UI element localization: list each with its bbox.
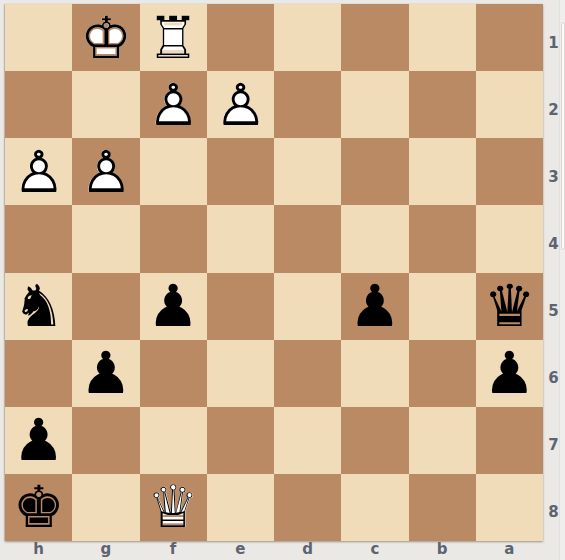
piece-fill-glyph: ♟	[341, 273, 408, 340]
piece-black-knight[interactable]: ♞	[5, 273, 72, 340]
square-h3[interactable]: ♟♙	[5, 138, 72, 205]
square-e3[interactable]	[207, 138, 274, 205]
file-label-h: h	[5, 539, 72, 559]
square-h7[interactable]: ♟	[5, 407, 72, 474]
piece-black-pawn[interactable]: ♟	[140, 273, 207, 340]
square-f1[interactable]: ♜♖	[140, 4, 207, 71]
square-c6[interactable]	[341, 340, 408, 407]
square-h1[interactable]	[5, 4, 72, 71]
square-d7[interactable]	[274, 407, 341, 474]
square-g4[interactable]	[72, 205, 139, 272]
square-h4[interactable]	[5, 205, 72, 272]
square-e1[interactable]	[207, 4, 274, 71]
square-h2[interactable]	[5, 71, 72, 138]
square-h6[interactable]	[5, 340, 72, 407]
square-d3[interactable]	[274, 138, 341, 205]
square-f8[interactable]: ♛♕	[140, 474, 207, 541]
piece-white-pawn[interactable]: ♟♙	[140, 71, 207, 138]
piece-outline-glyph: ♖	[140, 4, 207, 71]
square-f2[interactable]: ♟♙	[140, 71, 207, 138]
square-b2[interactable]	[409, 71, 476, 138]
square-f6[interactable]	[140, 340, 207, 407]
square-g6[interactable]: ♟	[72, 340, 139, 407]
piece-fill-glyph: ♟	[72, 340, 139, 407]
square-f5[interactable]: ♟	[140, 273, 207, 340]
square-c7[interactable]	[341, 407, 408, 474]
square-c2[interactable]	[341, 71, 408, 138]
piece-outline-glyph: ♙	[72, 138, 139, 205]
piece-fill-glyph: ♟	[5, 407, 72, 474]
piece-black-pawn[interactable]: ♟	[341, 273, 408, 340]
scrollbar[interactable]	[559, 0, 565, 560]
file-label-a: a	[476, 539, 543, 559]
piece-outline-glyph: ♔	[72, 4, 139, 71]
square-b5[interactable]	[409, 273, 476, 340]
file-label-e: e	[207, 539, 274, 559]
piece-black-queen[interactable]: ♛	[476, 273, 543, 340]
piece-white-rook[interactable]: ♜♖	[140, 4, 207, 71]
file-labels: hgfedcba	[5, 539, 543, 559]
square-g3[interactable]: ♟♙	[72, 138, 139, 205]
square-d6[interactable]	[274, 340, 341, 407]
piece-black-pawn[interactable]: ♟	[476, 340, 543, 407]
square-d1[interactable]	[274, 4, 341, 71]
piece-white-pawn[interactable]: ♟♙	[207, 71, 274, 138]
piece-outline-glyph: ♙	[5, 138, 72, 205]
piece-fill-glyph: ♚	[5, 474, 72, 541]
square-a3[interactable]	[476, 138, 543, 205]
square-g7[interactable]	[72, 407, 139, 474]
square-c4[interactable]	[341, 205, 408, 272]
square-f3[interactable]	[140, 138, 207, 205]
square-a1[interactable]	[476, 4, 543, 71]
square-d8[interactable]	[274, 474, 341, 541]
square-a2[interactable]	[476, 71, 543, 138]
piece-fill-glyph: ♞	[5, 273, 72, 340]
piece-white-pawn[interactable]: ♟♙	[5, 138, 72, 205]
square-b7[interactable]	[409, 407, 476, 474]
piece-black-pawn[interactable]: ♟	[72, 340, 139, 407]
piece-black-pawn[interactable]: ♟	[5, 407, 72, 474]
square-b6[interactable]	[409, 340, 476, 407]
square-d5[interactable]	[274, 273, 341, 340]
square-b3[interactable]	[409, 138, 476, 205]
piece-fill-glyph: ♟	[140, 273, 207, 340]
file-label-b: b	[409, 539, 476, 559]
square-g2[interactable]	[72, 71, 139, 138]
square-e8[interactable]	[207, 474, 274, 541]
square-a6[interactable]: ♟	[476, 340, 543, 407]
file-label-d: d	[274, 539, 341, 559]
scrollbar-thumb[interactable]	[561, 22, 565, 250]
square-h5[interactable]: ♞	[5, 273, 72, 340]
square-f4[interactable]	[140, 205, 207, 272]
square-a5[interactable]: ♛	[476, 273, 543, 340]
piece-fill-glyph: ♟	[476, 340, 543, 407]
file-label-f: f	[140, 539, 207, 559]
square-d2[interactable]	[274, 71, 341, 138]
square-a4[interactable]	[476, 205, 543, 272]
piece-white-queen[interactable]: ♛♕	[140, 474, 207, 541]
square-g8[interactable]	[72, 474, 139, 541]
square-e4[interactable]	[207, 205, 274, 272]
square-e7[interactable]	[207, 407, 274, 474]
file-label-c: c	[341, 539, 408, 559]
piece-fill-glyph: ♛	[476, 273, 543, 340]
square-g1[interactable]: ♚♔	[72, 4, 139, 71]
piece-outline-glyph: ♕	[140, 474, 207, 541]
piece-white-king[interactable]: ♚♔	[72, 4, 139, 71]
chess-board: ♚♔♜♖♟♙♟♙♟♙♟♙♞♟♟♛♟♟♟♚♛♕	[5, 4, 543, 541]
piece-black-king[interactable]: ♚	[5, 474, 72, 541]
square-c8[interactable]	[341, 474, 408, 541]
piece-white-pawn[interactable]: ♟♙	[72, 138, 139, 205]
piece-outline-glyph: ♙	[140, 71, 207, 138]
square-e2[interactable]: ♟♙	[207, 71, 274, 138]
square-b1[interactable]	[409, 4, 476, 71]
file-label-g: g	[72, 539, 139, 559]
square-e6[interactable]	[207, 340, 274, 407]
square-d4[interactable]	[274, 205, 341, 272]
square-b8[interactable]	[409, 474, 476, 541]
piece-outline-glyph: ♙	[207, 71, 274, 138]
square-f7[interactable]	[140, 407, 207, 474]
square-c3[interactable]	[341, 138, 408, 205]
square-a8[interactable]	[476, 474, 543, 541]
square-h8[interactable]: ♚	[5, 474, 72, 541]
square-b4[interactable]	[409, 205, 476, 272]
square-g5[interactable]	[72, 273, 139, 340]
square-a7[interactable]	[476, 407, 543, 474]
square-e5[interactable]	[207, 273, 274, 340]
square-c5[interactable]: ♟	[341, 273, 408, 340]
square-c1[interactable]	[341, 4, 408, 71]
